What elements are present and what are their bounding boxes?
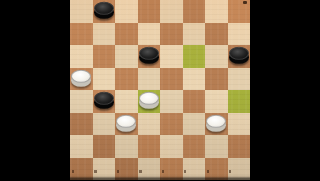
square-r1c1 [93,23,116,46]
square-r7c0[interactable] [70,158,93,181]
piece-face [139,92,159,105]
square-r7c1 [93,158,116,181]
square-r5c1 [93,113,116,136]
square-r4c6 [205,90,228,113]
square-r6c3[interactable] [138,135,161,158]
square-r6c0 [70,135,93,158]
piece-face [139,47,159,60]
square-r1c0[interactable] [70,23,93,46]
square-r3c7 [228,68,251,91]
piece-face [229,47,249,60]
square-r3c2[interactable] [115,68,138,91]
square-r2c4 [160,45,183,68]
square-r5c5 [183,113,206,136]
square-r6c5[interactable] [183,135,206,158]
square-r2c6 [205,45,228,68]
square-r4c4 [160,90,183,113]
square-r0c7[interactable] [228,0,251,23]
square-r2c2 [115,45,138,68]
square-r1c2[interactable] [115,23,138,46]
piece-face [94,92,114,105]
square-r7c3 [138,158,161,181]
square-r0c0 [70,0,93,23]
square-r7c5 [183,158,206,181]
white-man-square-18[interactable] [139,92,159,109]
square-r5c3 [138,113,161,136]
square-r6c1[interactable] [93,135,116,158]
square-r3c3 [138,68,161,91]
black-man-square-10[interactable] [139,47,159,64]
piece-face [71,70,91,83]
square-r3c5 [183,68,206,91]
square-r1c3 [138,23,161,46]
black-man-square-17[interactable] [94,92,114,109]
white-man-square-13[interactable] [71,70,91,87]
square-r2c0 [70,45,93,68]
square-r0c6 [205,0,228,23]
highlighted-square-r2c5[interactable] [183,45,206,68]
square-r1c7 [228,23,251,46]
square-r4c5[interactable] [183,90,206,113]
piece-face [206,115,226,128]
square-r5c4[interactable] [160,113,183,136]
square-r3c6[interactable] [205,68,228,91]
highlighted-square-r4c7[interactable] [228,90,251,113]
square-r6c6 [205,135,228,158]
square-r5c7 [228,113,251,136]
square-r6c7[interactable] [228,135,251,158]
square-r0c5[interactable] [183,0,206,23]
square-r4c0 [70,90,93,113]
piece-face [116,115,136,128]
square-r3c4[interactable] [160,68,183,91]
square-r0c3[interactable] [138,0,161,23]
black-man-square-1[interactable] [94,2,114,19]
piece-face [94,2,114,15]
square-r6c4 [160,135,183,158]
square-r5c0[interactable] [70,113,93,136]
square-r2c1[interactable] [93,45,116,68]
square-r1c6[interactable] [205,23,228,46]
screenshot-canvas [0,0,320,180]
square-r7c7 [228,158,251,181]
square-r0c2 [115,0,138,23]
square-r7c6[interactable] [205,158,228,181]
square-r6c2 [115,135,138,158]
square-r7c4[interactable] [160,158,183,181]
square-r1c5 [183,23,206,46]
black-man-square-12[interactable] [229,47,249,64]
square-r7c2[interactable] [115,158,138,181]
checkers-board [70,0,250,180]
square-r3c1 [93,68,116,91]
white-man-square-22[interactable] [116,115,136,132]
square-r0c4 [160,0,183,23]
square-r1c4[interactable] [160,23,183,46]
white-man-square-24[interactable] [206,115,226,132]
square-r4c2 [115,90,138,113]
